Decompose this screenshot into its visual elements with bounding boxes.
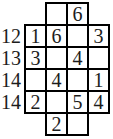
grid-cell-empty[interactable] <box>45 2 68 26</box>
row-sum-label: 13 <box>0 46 22 70</box>
grid-cell-empty[interactable] <box>66 112 89 136</box>
grid-cell-empty[interactable] <box>45 90 68 114</box>
puzzle-board: 616334412542 <box>24 2 110 136</box>
grid-cell-empty[interactable] <box>87 46 110 70</box>
grid-cell-empty[interactable] <box>66 24 89 48</box>
grid-cell-given: 3 <box>87 24 110 48</box>
grid-cell-given: 4 <box>87 90 110 114</box>
grid-cell-given: 6 <box>66 2 89 26</box>
grid-cell-given: 4 <box>66 46 89 70</box>
grid-cell-empty[interactable] <box>66 68 89 92</box>
grid-cell-given: 5 <box>66 90 89 114</box>
grid-cell-given: 3 <box>24 46 47 70</box>
row-sum-label: 12 <box>0 24 22 48</box>
row-sum-label: 14 <box>0 68 22 92</box>
grid-cell-given: 2 <box>45 112 68 136</box>
grid-cell-empty[interactable] <box>45 46 68 70</box>
grid-cell-given: 2 <box>24 90 47 114</box>
grid-cell-empty[interactable] <box>24 68 47 92</box>
grid-cell-given: 1 <box>24 24 47 48</box>
grid-cell-given: 1 <box>87 68 110 92</box>
grid-cell-given: 4 <box>45 68 68 92</box>
row-sum-label: 14 <box>0 90 22 114</box>
grid-cell-given: 6 <box>45 24 68 48</box>
puzzle-diagram: 12131414 616334412542 <box>0 0 113 139</box>
